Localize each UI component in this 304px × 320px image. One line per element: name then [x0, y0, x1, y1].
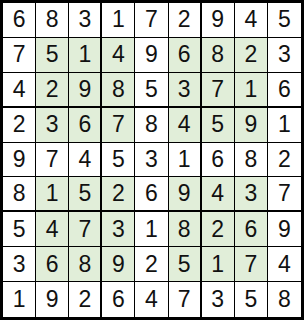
cell-r8c4[interactable]: 9 — [102, 247, 135, 282]
cell-r4c6[interactable]: 4 — [169, 108, 202, 143]
cell-r4c4[interactable]: 7 — [102, 108, 135, 143]
cell-r8c9[interactable]: 4 — [268, 247, 301, 282]
cell-r9c3[interactable]: 2 — [69, 282, 102, 317]
cell-r3c3[interactable]: 9 — [69, 73, 102, 108]
cell-r3c2[interactable]: 2 — [36, 73, 69, 108]
cell-r3c4[interactable]: 8 — [102, 73, 135, 108]
cell-r6c2[interactable]: 1 — [36, 177, 69, 212]
cell-r1c5[interactable]: 7 — [135, 3, 168, 38]
cell-r4c3[interactable]: 6 — [69, 108, 102, 143]
cell-r1c2[interactable]: 8 — [36, 3, 69, 38]
cell-r9c9[interactable]: 8 — [268, 282, 301, 317]
cell-r8c7[interactable]: 1 — [202, 247, 235, 282]
cell-r4c1[interactable]: 2 — [3, 108, 36, 143]
cell-r7c7[interactable]: 2 — [202, 212, 235, 247]
cell-r2c4[interactable]: 4 — [102, 38, 135, 73]
cell-r7c5[interactable]: 1 — [135, 212, 168, 247]
cell-r3c7[interactable]: 7 — [202, 73, 235, 108]
cell-r5c5[interactable]: 3 — [135, 143, 168, 178]
cell-r7c4[interactable]: 3 — [102, 212, 135, 247]
cell-r7c6[interactable]: 8 — [169, 212, 202, 247]
cell-r7c8[interactable]: 6 — [235, 212, 268, 247]
cell-r1c1[interactable]: 6 — [3, 3, 36, 38]
cell-r4c5[interactable]: 8 — [135, 108, 168, 143]
cell-r4c2[interactable]: 3 — [36, 108, 69, 143]
cell-r8c8[interactable]: 7 — [235, 247, 268, 282]
cell-r1c4[interactable]: 1 — [102, 3, 135, 38]
cell-r5c2[interactable]: 7 — [36, 143, 69, 178]
cell-r6c7[interactable]: 4 — [202, 177, 235, 212]
cell-r1c9[interactable]: 5 — [268, 3, 301, 38]
cell-r7c1[interactable]: 5 — [3, 212, 36, 247]
cell-r5c6[interactable]: 1 — [169, 143, 202, 178]
cell-r2c6[interactable]: 6 — [169, 38, 202, 73]
cell-r8c2[interactable]: 6 — [36, 247, 69, 282]
cell-r3c6[interactable]: 3 — [169, 73, 202, 108]
cell-r6c1[interactable]: 8 — [3, 177, 36, 212]
cell-r6c8[interactable]: 3 — [235, 177, 268, 212]
cell-r9c6[interactable]: 7 — [169, 282, 202, 317]
cell-r2c3[interactable]: 1 — [69, 38, 102, 73]
cell-r9c5[interactable]: 4 — [135, 282, 168, 317]
cell-r4c9[interactable]: 1 — [268, 108, 301, 143]
cell-r5c3[interactable]: 4 — [69, 143, 102, 178]
cell-r1c3[interactable]: 3 — [69, 3, 102, 38]
cell-r8c6[interactable]: 5 — [169, 247, 202, 282]
cell-r8c5[interactable]: 2 — [135, 247, 168, 282]
cell-r3c8[interactable]: 1 — [235, 73, 268, 108]
cell-r6c4[interactable]: 2 — [102, 177, 135, 212]
cell-r6c9[interactable]: 7 — [268, 177, 301, 212]
cell-r3c1[interactable]: 4 — [3, 73, 36, 108]
cell-r2c5[interactable]: 9 — [135, 38, 168, 73]
cell-r5c9[interactable]: 2 — [268, 143, 301, 178]
cell-r4c8[interactable]: 9 — [235, 108, 268, 143]
cell-r8c3[interactable]: 8 — [69, 247, 102, 282]
cell-r9c4[interactable]: 6 — [102, 282, 135, 317]
cell-r7c9[interactable]: 9 — [268, 212, 301, 247]
cell-r6c3[interactable]: 5 — [69, 177, 102, 212]
cell-r9c1[interactable]: 1 — [3, 282, 36, 317]
cell-r9c8[interactable]: 5 — [235, 282, 268, 317]
cell-r7c3[interactable]: 7 — [69, 212, 102, 247]
cell-r5c7[interactable]: 6 — [202, 143, 235, 178]
sudoku-board: 6831729457514968234298537162367845919745… — [0, 0, 304, 320]
cell-r9c7[interactable]: 3 — [202, 282, 235, 317]
cell-r2c9[interactable]: 3 — [268, 38, 301, 73]
cell-r2c2[interactable]: 5 — [36, 38, 69, 73]
cell-r2c1[interactable]: 7 — [3, 38, 36, 73]
cell-r4c7[interactable]: 5 — [202, 108, 235, 143]
cell-r1c6[interactable]: 2 — [169, 3, 202, 38]
cell-r6c6[interactable]: 9 — [169, 177, 202, 212]
cell-r5c1[interactable]: 9 — [3, 143, 36, 178]
cell-r3c9[interactable]: 6 — [268, 73, 301, 108]
cell-r8c1[interactable]: 3 — [3, 247, 36, 282]
cell-r1c7[interactable]: 9 — [202, 3, 235, 38]
cell-r7c2[interactable]: 4 — [36, 212, 69, 247]
cell-r9c2[interactable]: 9 — [36, 282, 69, 317]
cell-r3c5[interactable]: 5 — [135, 73, 168, 108]
cell-r5c4[interactable]: 5 — [102, 143, 135, 178]
cell-r6c5[interactable]: 6 — [135, 177, 168, 212]
cell-r1c8[interactable]: 4 — [235, 3, 268, 38]
cell-r2c8[interactable]: 2 — [235, 38, 268, 73]
cell-r5c8[interactable]: 8 — [235, 143, 268, 178]
cell-r2c7[interactable]: 8 — [202, 38, 235, 73]
